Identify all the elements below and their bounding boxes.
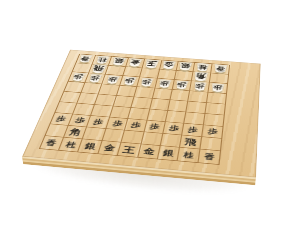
piece-silver-sente[interactable]: 銀 — [160, 146, 178, 160]
piece-lance-gote[interactable]: 香 — [213, 64, 228, 73]
piece-pawn-sente[interactable]: 歩 — [90, 117, 106, 128]
piece-pawn-gote[interactable]: 歩 — [193, 82, 207, 91]
piece-kanji: 飛 — [184, 138, 197, 147]
piece-bishop-gote[interactable]: 角 — [193, 72, 209, 82]
piece-kanji: 玉 — [146, 60, 158, 67]
piece-kanji: 歩 — [74, 117, 85, 124]
piece-kanji: 金 — [130, 59, 141, 65]
piece-kanji: 桂 — [198, 65, 207, 71]
piece-kanji: 銀 — [113, 58, 124, 64]
piece-kanji: 歩 — [125, 78, 135, 84]
piece-pawn-sente[interactable]: 歩 — [53, 114, 70, 125]
piece-kanji: 歩 — [92, 119, 103, 126]
square-6-9: 金 — [98, 141, 121, 155]
piece-kanji: 王 — [122, 145, 136, 154]
piece-pawn-sente[interactable]: 歩 — [109, 118, 125, 129]
piece-pawn-gote[interactable]: 歩 — [157, 79, 171, 88]
piece-kanji: 歩 — [107, 77, 117, 83]
piece-king-gote[interactable]: 玉 — [144, 59, 160, 69]
square-7-8 — [83, 127, 106, 141]
piece-pawn-gote[interactable]: 歩 — [140, 78, 155, 87]
square-3-9: 銀 — [158, 146, 180, 160]
piece-kanji: 歩 — [90, 75, 100, 81]
piece-silver-gote[interactable]: 銀 — [111, 57, 127, 66]
piece-kanji: 香 — [204, 153, 215, 161]
piece-pawn-sente[interactable]: 歩 — [204, 126, 220, 137]
piece-kanji: 飛 — [93, 66, 105, 73]
piece-kanji: 金 — [164, 62, 174, 68]
square-8-8: 角 — [64, 126, 87, 139]
square-1-9: 香 — [198, 149, 220, 164]
piece-kanji: 香 — [216, 66, 225, 72]
square-7-9: 銀 — [79, 139, 103, 153]
piece-knight-sente[interactable]: 桂 — [180, 148, 197, 161]
square-3-5 — [168, 100, 188, 112]
square-9-7: 歩 — [50, 113, 73, 126]
piece-kanji: 角 — [195, 73, 206, 80]
piece-kanji: 香 — [81, 56, 91, 61]
piece-lance-gote[interactable]: 香 — [78, 54, 94, 63]
piece-pawn-gote[interactable]: 歩 — [70, 73, 85, 82]
piece-kanji: 歩 — [160, 81, 170, 87]
piece-knight-gote[interactable]: 桂 — [196, 63, 210, 72]
square-5-7: 歩 — [125, 119, 147, 132]
piece-knight-sente[interactable]: 桂 — [61, 138, 80, 151]
piece-knight-gote[interactable]: 桂 — [94, 56, 109, 65]
piece-kanji: 歩 — [130, 122, 141, 129]
square-4-7: 歩 — [144, 120, 166, 133]
square-4-5 — [150, 99, 171, 111]
square-4-8 — [141, 132, 163, 146]
piece-kanji: 歩 — [111, 120, 122, 127]
piece-pawn-sente[interactable]: 歩 — [166, 123, 181, 134]
square-2-5 — [187, 102, 207, 114]
piece-pawn-sente[interactable]: 歩 — [71, 115, 88, 126]
piece-pawn-gote[interactable]: 歩 — [105, 75, 120, 84]
square-7-6 — [91, 105, 113, 117]
square-5-6 — [128, 108, 149, 121]
square-8-9: 桂 — [59, 137, 83, 151]
piece-kanji: 歩 — [142, 79, 152, 85]
square-1-6 — [204, 114, 224, 127]
piece-pawn-gote[interactable]: 歩 — [88, 74, 103, 83]
piece-pawn-gote[interactable]: 歩 — [211, 83, 225, 93]
piece-gold-gote[interactable]: 金 — [127, 58, 143, 67]
board-grid: 香桂銀金玉金銀桂香飛角歩歩歩歩歩歩歩歩歩歩歩歩歩歩歩歩歩歩角飛香桂銀金王金銀桂香 — [39, 54, 231, 165]
square-9-9: 香 — [40, 136, 64, 150]
piece-gold-sente[interactable]: 金 — [140, 144, 159, 158]
piece-gold-gote[interactable]: 金 — [161, 60, 176, 69]
piece-kanji: 歩 — [187, 127, 198, 134]
square-2-8: 飛 — [180, 135, 202, 149]
square-8-6 — [73, 103, 95, 115]
piece-pawn-gote[interactable]: 歩 — [122, 77, 137, 86]
piece-kanji: 桂 — [97, 57, 107, 62]
piece-kanji: 歩 — [207, 128, 217, 135]
square-2-6 — [185, 112, 206, 125]
board-top-face: 香桂銀金玉金銀桂香飛角歩歩歩歩歩歩歩歩歩歩歩歩歩歩歩歩歩歩角飛香桂銀金王金銀桂香 — [22, 50, 260, 178]
piece-kanji: 銀 — [162, 149, 174, 157]
square-5-9: 王 — [118, 142, 141, 156]
piece-pawn-sente[interactable]: 歩 — [128, 120, 144, 131]
square-1-5 — [205, 103, 225, 115]
piece-kanji: 歩 — [55, 116, 67, 123]
piece-king-sente[interactable]: 王 — [119, 142, 139, 156]
square-6-5 — [113, 96, 134, 108]
piece-rook-sente[interactable]: 飛 — [182, 135, 200, 148]
piece-kanji: 銀 — [181, 63, 191, 69]
square-3-6 — [166, 111, 187, 124]
square-6-8 — [102, 129, 125, 143]
square-8-7: 歩 — [69, 114, 92, 127]
piece-kanji: 歩 — [177, 82, 187, 88]
piece-kanji: 銀 — [83, 142, 96, 150]
square-2-9: 桂 — [178, 147, 200, 162]
square-1-8 — [200, 137, 221, 151]
square-6-6 — [110, 106, 132, 118]
square-7-7: 歩 — [87, 116, 109, 129]
piece-silver-sente[interactable]: 銀 — [80, 139, 99, 152]
square-5-8 — [122, 130, 144, 144]
square-9-6 — [55, 102, 77, 114]
shogi-board: 香桂銀金玉金銀桂香飛角歩歩歩歩歩歩歩歩歩歩歩歩歩歩歩歩歩歩角飛香桂銀金王金銀桂香 — [22, 50, 260, 178]
product-photo: 香桂銀金玉金銀桂香飛角歩歩歩歩歩歩歩歩歩歩歩歩歩歩歩歩歩歩角飛香桂銀金王金銀桂香 — [0, 0, 300, 225]
piece-kanji: 金 — [143, 147, 156, 155]
piece-kanji: 歩 — [149, 123, 160, 130]
square-4-6 — [147, 109, 168, 122]
piece-kanji: 香 — [45, 139, 57, 146]
piece-kanji: 金 — [103, 144, 116, 152]
piece-bishop-sente[interactable]: 角 — [65, 126, 85, 139]
piece-lance-sente[interactable]: 香 — [200, 150, 218, 163]
piece-gold-sente[interactable]: 金 — [100, 141, 119, 155]
piece-kanji: 歩 — [195, 83, 205, 89]
piece-kanji: 歩 — [213, 85, 223, 91]
square-6-7: 歩 — [106, 117, 128, 130]
piece-kanji: 歩 — [73, 74, 84, 80]
piece-silver-gote[interactable]: 銀 — [178, 62, 193, 71]
square-2-7: 歩 — [183, 124, 204, 137]
square-1-7: 歩 — [202, 125, 223, 138]
piece-kanji: 桂 — [65, 141, 77, 148]
square-5-5 — [131, 97, 152, 109]
square-9-8 — [45, 124, 69, 137]
piece-lance-sente[interactable]: 香 — [42, 136, 61, 149]
piece-kanji: 桂 — [183, 151, 194, 159]
piece-kanji: 角 — [68, 128, 82, 136]
square-4-9: 金 — [138, 144, 161, 158]
piece-pawn-gote[interactable]: 歩 — [175, 81, 189, 90]
piece-kanji: 歩 — [168, 125, 179, 132]
piece-rook-gote[interactable]: 飛 — [90, 64, 107, 74]
piece-pawn-sente[interactable]: 歩 — [147, 121, 163, 132]
square-3-8 — [161, 134, 183, 148]
piece-pawn-sente[interactable]: 歩 — [185, 124, 200, 135]
square-3-7: 歩 — [163, 122, 184, 135]
